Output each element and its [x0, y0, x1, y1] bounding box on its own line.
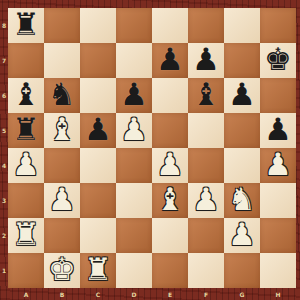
white-pawn-icon: ♟ — [228, 219, 256, 250]
square-h2[interactable] — [260, 218, 296, 253]
rank-label-2: 2 — [0, 218, 8, 253]
square-b7[interactable] — [44, 43, 80, 78]
square-f7[interactable]: ♟ — [188, 43, 224, 78]
black-pawn-icon: ♟ — [84, 114, 112, 145]
square-h4[interactable]: ♟ — [260, 148, 296, 183]
square-g8[interactable] — [224, 8, 260, 43]
square-f4[interactable] — [188, 148, 224, 183]
file-label-e: E — [152, 288, 188, 300]
rank-label-6: 6 — [0, 78, 8, 113]
square-e5[interactable] — [152, 113, 188, 148]
black-pawn-icon: ♟ — [120, 79, 148, 110]
square-c7[interactable] — [80, 43, 116, 78]
black-pawn-icon: ♟ — [192, 44, 220, 75]
file-label-g: G — [224, 288, 260, 300]
white-bishop-icon: ♝ — [48, 114, 76, 145]
square-c1[interactable]: ♜ — [80, 253, 116, 288]
square-d2[interactable] — [116, 218, 152, 253]
square-g4[interactable] — [224, 148, 260, 183]
square-d7[interactable] — [116, 43, 152, 78]
rank-label-1: 1 — [0, 253, 8, 288]
square-c5[interactable]: ♟ — [80, 113, 116, 148]
square-f8[interactable] — [188, 8, 224, 43]
black-bishop-icon: ♝ — [12, 79, 40, 110]
square-h8[interactable] — [260, 8, 296, 43]
square-g6[interactable]: ♟ — [224, 78, 260, 113]
square-c6[interactable] — [80, 78, 116, 113]
square-e1[interactable] — [152, 253, 188, 288]
black-pawn-icon: ♟ — [228, 79, 256, 110]
white-pawn-icon: ♟ — [264, 149, 292, 180]
rank-label-3: 3 — [0, 183, 8, 218]
square-g7[interactable] — [224, 43, 260, 78]
rank-label-5: 5 — [0, 113, 8, 148]
square-e2[interactable] — [152, 218, 188, 253]
square-h3[interactable] — [260, 183, 296, 218]
square-a2[interactable]: ♜ — [8, 218, 44, 253]
square-e7[interactable]: ♟ — [152, 43, 188, 78]
black-rook-icon: ♜ — [12, 9, 40, 40]
black-rook-icon: ♜ — [12, 114, 40, 145]
square-g3[interactable]: ♞ — [224, 183, 260, 218]
square-a7[interactable] — [8, 43, 44, 78]
white-pawn-icon: ♟ — [192, 184, 220, 215]
black-pawn-icon: ♟ — [156, 44, 184, 75]
square-d1[interactable] — [116, 253, 152, 288]
square-d3[interactable] — [116, 183, 152, 218]
square-b6[interactable]: ♞ — [44, 78, 80, 113]
square-a3[interactable] — [8, 183, 44, 218]
white-king-icon: ♚ — [48, 254, 76, 285]
white-rook-icon: ♜ — [12, 219, 40, 250]
square-b5[interactable]: ♝ — [44, 113, 80, 148]
chessboard: ♜♟♟♚♝♞♟♝♟♜♝♟♟♟♟♟♟♟♝♟♞♜♟♚♜ — [8, 8, 296, 288]
black-knight-icon: ♞ — [48, 79, 76, 110]
white-rook-icon: ♜ — [84, 254, 112, 285]
square-f2[interactable] — [188, 218, 224, 253]
file-label-b: B — [44, 288, 80, 300]
square-g2[interactable]: ♟ — [224, 218, 260, 253]
rank-label-4: 4 — [0, 148, 8, 183]
square-g5[interactable] — [224, 113, 260, 148]
square-f5[interactable] — [188, 113, 224, 148]
square-h5[interactable]: ♟ — [260, 113, 296, 148]
square-a1[interactable] — [8, 253, 44, 288]
white-pawn-icon: ♟ — [48, 184, 76, 215]
file-label-c: C — [80, 288, 116, 300]
square-b3[interactable]: ♟ — [44, 183, 80, 218]
square-a4[interactable]: ♟ — [8, 148, 44, 183]
white-knight-icon: ♞ — [228, 184, 256, 215]
square-g1[interactable] — [224, 253, 260, 288]
square-f6[interactable]: ♝ — [188, 78, 224, 113]
rank-label-7: 7 — [0, 43, 8, 78]
rank-labels: 87654321 — [0, 8, 8, 288]
square-d6[interactable]: ♟ — [116, 78, 152, 113]
square-d5[interactable]: ♟ — [116, 113, 152, 148]
file-label-f: F — [188, 288, 224, 300]
white-bishop-icon: ♝ — [156, 184, 184, 215]
square-a6[interactable]: ♝ — [8, 78, 44, 113]
square-h6[interactable] — [260, 78, 296, 113]
rank-label-8: 8 — [0, 8, 8, 43]
square-e6[interactable] — [152, 78, 188, 113]
black-pawn-icon: ♟ — [264, 114, 292, 145]
file-labels: ABCDEFGH — [8, 288, 296, 300]
square-a8[interactable]: ♜ — [8, 8, 44, 43]
square-c4[interactable] — [80, 148, 116, 183]
white-pawn-icon: ♟ — [12, 149, 40, 180]
square-e4[interactable]: ♟ — [152, 148, 188, 183]
white-pawn-icon: ♟ — [120, 114, 148, 145]
square-d8[interactable] — [116, 8, 152, 43]
square-e8[interactable] — [152, 8, 188, 43]
white-pawn-icon: ♟ — [156, 149, 184, 180]
black-bishop-icon: ♝ — [192, 79, 220, 110]
square-c8[interactable] — [80, 8, 116, 43]
square-h1[interactable] — [260, 253, 296, 288]
square-h7[interactable]: ♚ — [260, 43, 296, 78]
square-b4[interactable] — [44, 148, 80, 183]
file-label-h: H — [260, 288, 296, 300]
square-c3[interactable] — [80, 183, 116, 218]
chessboard-frame: ♜♟♟♚♝♞♟♝♟♜♝♟♟♟♟♟♟♟♝♟♞♜♟♚♜ 87654321 ABCDE… — [0, 0, 300, 300]
black-king-icon: ♚ — [264, 44, 292, 75]
square-f1[interactable] — [188, 253, 224, 288]
square-b1[interactable]: ♚ — [44, 253, 80, 288]
square-d4[interactable] — [116, 148, 152, 183]
square-b8[interactable] — [44, 8, 80, 43]
file-label-d: D — [116, 288, 152, 300]
square-f3[interactable]: ♟ — [188, 183, 224, 218]
square-a5[interactable]: ♜ — [8, 113, 44, 148]
square-b2[interactable] — [44, 218, 80, 253]
square-c2[interactable] — [80, 218, 116, 253]
square-e3[interactable]: ♝ — [152, 183, 188, 218]
file-label-a: A — [8, 288, 44, 300]
